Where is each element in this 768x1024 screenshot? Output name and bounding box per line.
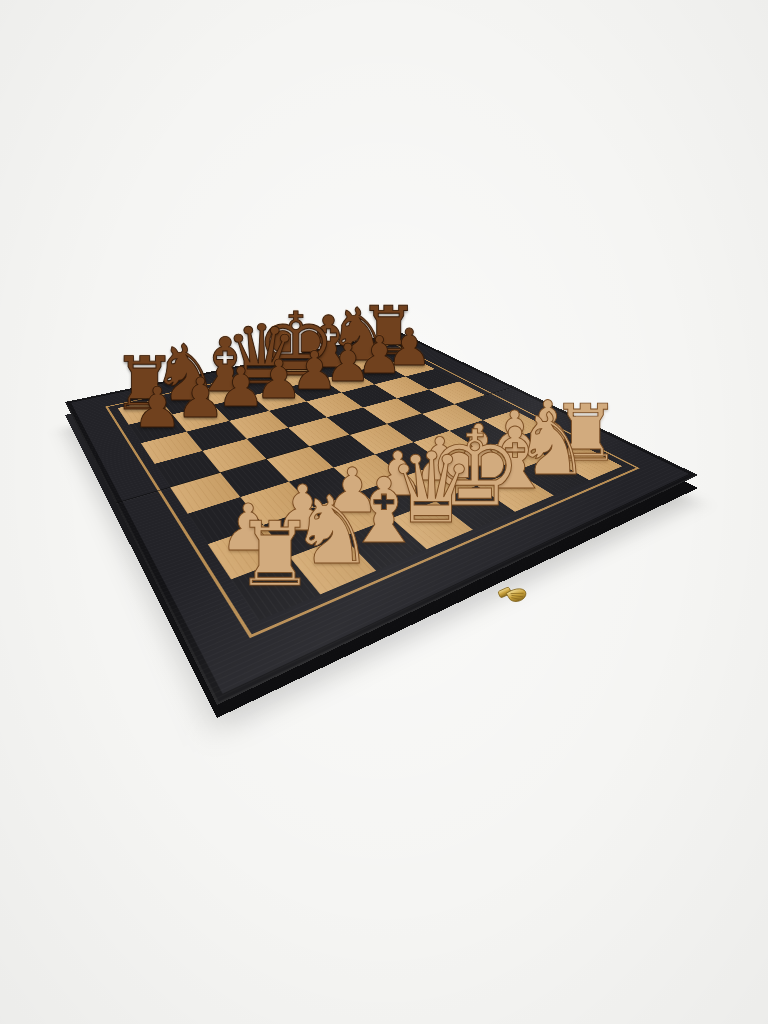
piece-black-pawn-b7[interactable]: ♟ — [176, 370, 225, 425]
product-photo-scene: ♜♞♝♛♚♝♞♜♟♟♟♟♟♟♟♟♟♟♟♟♟♟♟♟♜♞♝♛♚♝♞♜ — [0, 0, 768, 1024]
piece-black-pawn-a7[interactable]: ♟ — [132, 380, 182, 436]
pieces-layer: ♜♞♝♛♚♝♞♜♟♟♟♟♟♟♟♟♟♟♟♟♟♟♟♟♜♞♝♛♚♝♞♜ — [0, 0, 768, 1024]
piece-white-rook-a1[interactable]: ♜ — [235, 510, 315, 599]
